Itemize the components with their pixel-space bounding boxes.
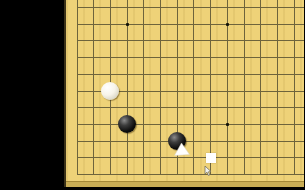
go-board[interactable] [64, 0, 304, 187]
grid-line-row-15 [77, 107, 305, 108]
grid-line-col-6 [160, 0, 161, 175]
mouse-cursor-icon [204, 162, 212, 173]
star-point-10-16 [226, 123, 229, 126]
last-move-triangle-marker [174, 141, 190, 154]
app-window [0, 0, 304, 190]
star-point-4-10 [126, 23, 129, 26]
grid-line-col-8 [193, 0, 194, 175]
grid-line-col-11 [244, 0, 245, 175]
grid-line-row-17 [77, 141, 305, 142]
grid-line-row-19 [77, 174, 305, 175]
grid-line-row-13 [77, 74, 305, 75]
grid-line-row-10 [77, 24, 305, 25]
grid-line-row-11 [77, 40, 305, 41]
grid-line-col-9 [210, 0, 211, 175]
grid-line-row-18 [77, 157, 305, 158]
grid-line-col-14 [294, 0, 295, 175]
grid-line-col-1 [77, 0, 78, 175]
letterbox-left [0, 0, 64, 190]
stone-black-d4[interactable] [118, 115, 136, 133]
stone-white-c6[interactable] [101, 82, 119, 100]
grid-line-row-16 [77, 124, 305, 125]
grid-line-row-12 [77, 57, 305, 58]
grid-line-col-10 [227, 0, 228, 175]
grid-line-col-2 [93, 0, 94, 175]
grid-line-col-5 [143, 0, 144, 175]
star-point-10-10 [226, 23, 229, 26]
grid-line-col-12 [260, 0, 261, 175]
board-bottom-edge [66, 181, 304, 187]
grid-line-col-13 [277, 0, 278, 175]
grid-line-row-9 [77, 7, 305, 8]
grid-line-col-4 [127, 0, 128, 175]
